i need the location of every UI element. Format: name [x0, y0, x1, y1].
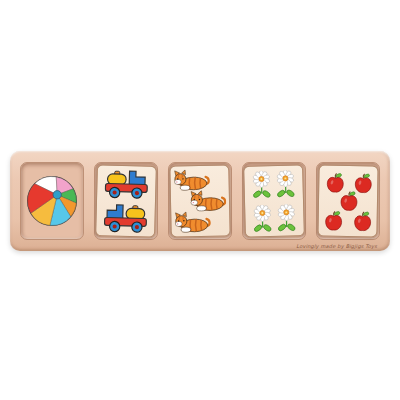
- apple-icon: [352, 172, 374, 194]
- compartment-2-trains: [94, 162, 158, 240]
- apple-icon: [338, 190, 360, 212]
- compartment-4-daisies: [242, 162, 306, 240]
- daisy-icon: [274, 203, 299, 233]
- board: [10, 151, 390, 251]
- cat-icon: [174, 211, 212, 233]
- compartment-5-apples: [316, 162, 380, 240]
- brand-tagline: Lovingly made by Bigjigs Toys: [296, 243, 377, 249]
- cat-icon: [173, 169, 211, 191]
- compartment-3-cats: [168, 162, 232, 240]
- daisy-icon: [250, 204, 275, 234]
- apple-icon: [323, 209, 345, 231]
- compartment-1-ball: [20, 162, 84, 240]
- train-icon: [102, 201, 149, 234]
- tile-daisies[interactable]: [243, 164, 305, 238]
- apple-icon: [351, 210, 373, 232]
- daisy-icon: [249, 170, 274, 200]
- daisy-icon: [273, 170, 298, 200]
- tile-cats[interactable]: [169, 164, 230, 237]
- train-icon: [103, 168, 150, 201]
- tile-apples[interactable]: [317, 164, 378, 237]
- cat-icon: [189, 190, 227, 212]
- tile-trains[interactable]: [95, 164, 157, 238]
- beach-ball-icon: [26, 175, 78, 227]
- apple-icon: [324, 171, 346, 193]
- puzzle-tray: Lovingly made by Bigjigs Toys: [10, 151, 390, 251]
